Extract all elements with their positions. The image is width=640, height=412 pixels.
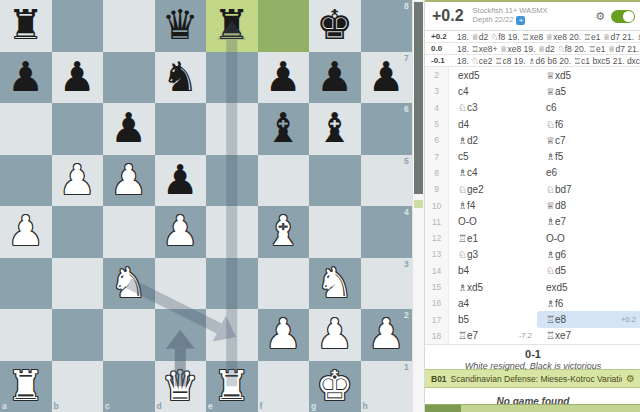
square-d7[interactable]: ♞ [155,52,207,104]
move-san: ♗g6 [546,249,566,260]
square-g2[interactable]: ♟ [309,309,361,361]
move-row-9: 9♘ge2♘bd7 [425,181,640,197]
move-6-white[interactable]: ♗d2 [449,132,537,148]
pv-lines: +0.218. ♕d2 ♘f8 19. ♖xe8 ♕xe8 20. ♖e1 ♕d… [425,31,640,67]
move-number: 2 [425,67,449,83]
move-number: 8 [425,165,449,181]
analysis-panel: +0.2 Stockfish 11+ WASMX Depth 22/22 + ⚙… [424,0,640,412]
move-4-black[interactable]: c6 [537,100,640,116]
engine-depth: Depth 22/22 [473,16,514,25]
pv-eval: -0.1 [425,56,457,65]
rank-label-1: 1 [404,362,409,372]
square-a2[interactable] [0,309,52,361]
square-g1[interactable]: ♚ [309,361,361,412]
black-bishop-f6[interactable]: ♝ [258,103,310,155]
square-f1[interactable] [258,361,310,412]
move-number: 13 [425,246,449,262]
move-14-white[interactable]: b4 [449,263,537,279]
move-5-white[interactable]: d4 [449,116,537,132]
move-row-18: 18♖e7-7.2♖xe7 [425,328,640,344]
move-18-black[interactable]: ♖xe7 [537,328,640,344]
move-eval: +0.2 [621,315,636,324]
move-san: ♖e8 [546,314,566,325]
move-11-black[interactable]: ♗e7 [537,214,640,230]
square-c3[interactable]: ♞ [103,258,155,310]
square-d6[interactable] [155,103,207,155]
square-b3[interactable] [52,258,104,310]
opening-settings-gear-icon[interactable]: ⚙ [626,373,635,384]
move-san: ♗d2 [458,135,478,146]
square-b5[interactable]: ♟ [52,155,104,207]
pv-line-2[interactable]: 0.018. ♖xe8+ ♕xe8 19. ♕d2 ♘f8 20. ♖e1 ♕d… [425,43,640,55]
move-san: ♘g3 [458,249,478,260]
white-bishop-f4[interactable]: ♝ [258,206,310,258]
move-10-white[interactable]: ♗f4 [449,197,537,213]
move-san: ♕a5 [546,86,566,97]
move-7-white[interactable]: c5 [449,148,537,164]
scrollbar-thumb[interactable] [414,2,423,194]
move-san: ♖xe7 [546,330,571,341]
rank-label-2: 2 [404,310,409,320]
move-row-3: 3c4♕a5 [425,83,640,99]
square-a5[interactable] [0,155,52,207]
pv-moves: 18. ♘ce2 ♖c8 19. ♗d6 b6 20. ♖c1 bxc5 21.… [457,56,640,66]
move-10-black[interactable]: ♕d8 [537,197,640,213]
white-pawn-c5[interactable]: ♟ [103,155,155,207]
square-a8[interactable]: ♜ [0,0,52,52]
move-san: ♗f6 [546,298,563,309]
move-7-black[interactable]: ♗f5 [537,148,640,164]
move-18-white[interactable]: ♖e7-7.2 [449,328,537,344]
move-san: ♗c4 [458,167,478,178]
move-number: 9 [425,181,449,197]
move-number: 10 [425,197,449,213]
move-row-17: 17b5♖e8+0.2 [425,311,640,327]
square-g5[interactable] [309,155,361,207]
move-2-white[interactable]: exd5 [449,67,537,83]
square-e6[interactable] [206,103,258,155]
move-san: O-O [458,216,477,227]
engine-eval: +0.2 [432,7,464,25]
move-number: 15 [425,279,449,295]
move-3-black[interactable]: ♕a5 [537,83,640,99]
black-knight-d7[interactable]: ♞ [155,52,207,104]
square-b2[interactable] [52,309,104,361]
move-san: c6 [546,102,557,113]
engine-toggle-knob [623,11,634,22]
rank-label-3: 3 [404,259,409,269]
pv-moves: 18. ♖xe8+ ♕xe8 19. ♕d2 ♘f8 20. ♖e1 ♕d7 2… [457,44,640,54]
move-san: ♖e7 [458,330,478,341]
square-c4[interactable] [103,206,155,258]
move-3-white[interactable]: c4 [449,83,537,99]
bottom-progress-bar [425,404,640,412]
black-rook-e8[interactable]: ♜ [206,0,258,52]
white-pawn-d4[interactable]: ♟ [155,206,207,258]
move-san: ♕c7 [546,135,566,146]
move-13-white[interactable]: ♘g3 [449,246,537,262]
pv-eval: 0.0 [425,44,457,53]
move-list[interactable]: 2exd5♕xd53c4♕a54♘c3c65d4♘f66♗d2♕c77c5♗f5… [425,67,640,344]
black-pawn-b7[interactable]: ♟ [52,52,104,104]
move-number: 5 [425,116,449,132]
move-row-5: 5d4♘f6 [425,116,640,132]
move-san: exd5 [458,70,480,81]
black-pawn-d5[interactable]: ♟ [155,155,207,207]
square-g4[interactable] [309,206,361,258]
move-16-white[interactable]: a4 [449,295,537,311]
rank-label-6: 6 [404,104,409,114]
square-a6[interactable] [0,103,52,155]
white-rook-e1[interactable]: ♜ [206,361,258,412]
move-san: ♕d8 [546,200,566,211]
rank-label-4: 4 [404,207,409,217]
square-b8[interactable] [52,0,104,52]
square-f4[interactable]: ♝ [258,206,310,258]
move-san: a4 [458,298,469,309]
opening-eco: B01 [431,374,447,384]
square-e1[interactable]: ♜ [206,361,258,412]
square-f6[interactable]: ♝ [258,103,310,155]
move-san: ♗xd5 [458,282,483,293]
bottom-progress-segment [425,405,461,412]
black-pawn-c6[interactable]: ♟ [103,103,155,155]
square-g3[interactable]: ♞ [309,258,361,310]
square-g7[interactable]: ♟ [309,52,361,104]
square-e8[interactable]: ♜ [206,0,258,52]
opening-bar: B01 Scandinavian Defense: Mieses-Kotroc … [425,369,640,388]
move-row-16: 16a4♗f6 [425,295,640,311]
square-d5[interactable]: ♟ [155,155,207,207]
opening-name: Scandinavian Defense: Mieses-Kotroc Vari… [451,374,622,384]
move-san: b4 [458,265,469,276]
white-knight-c3[interactable]: ♞ [103,258,155,310]
square-e3[interactable] [206,258,258,310]
move-san: e6 [546,167,557,178]
move-number: 3 [425,83,449,99]
black-pawn-g7[interactable]: ♟ [309,52,361,104]
move-number: 6 [425,132,449,148]
move-row-14: 14b4♘d5 [425,263,640,279]
move-row-11: 11O-O♗e7 [425,214,640,230]
square-a3[interactable] [0,258,52,310]
square-f5[interactable] [258,155,310,207]
file-label-f: f [260,401,263,411]
move-row-15: 15♗xd5exd5 [425,279,640,295]
move-number: 16 [425,295,449,311]
move-san: d4 [458,119,469,130]
square-b6[interactable] [52,103,104,155]
square-f7[interactable]: ♟ [258,52,310,104]
rank-label-5: 5 [404,156,409,166]
white-rook-a1[interactable]: ♜ [0,361,52,412]
square-f2[interactable]: ♟ [258,309,310,361]
result-block: 0-1 White resigned, Black is victorious [425,344,640,369]
pv-line-1[interactable]: +0.218. ♕d2 ♘f8 19. ♖xe8 ♕xe8 20. ♖e1 ♕d… [425,31,640,43]
file-label-h: h [363,401,368,411]
square-d3[interactable] [155,258,207,310]
square-a7[interactable]: ♟ [0,52,52,104]
move-number: 11 [425,214,449,230]
square-d1[interactable]: ♛ [155,361,207,412]
engine-settings-gear-icon[interactable]: ⚙ [595,10,605,23]
square-b4[interactable] [52,206,104,258]
move-number: 4 [425,100,449,116]
square-b1[interactable] [52,361,104,412]
move-san: ♗f5 [546,151,563,162]
engine-header: +0.2 Stockfish 11+ WASMX Depth 22/22 + ⚙ [425,2,640,31]
result-score: 0-1 [425,348,640,360]
black-rook-a8[interactable]: ♜ [0,0,52,52]
move-row-13: 13♘g3♗g6 [425,246,640,262]
go-deeper-button[interactable]: + [516,16,525,25]
move-11-white[interactable]: O-O [449,214,537,230]
move-number: 17 [425,311,449,327]
move-9-white[interactable]: ♘ge2 [449,181,537,197]
white-king-g1[interactable]: ♚ [309,361,361,412]
move-san: ♘c3 [458,102,478,113]
move-17-white[interactable]: b5 [449,311,537,327]
square-c1[interactable] [103,361,155,412]
square-c6[interactable]: ♟ [103,103,155,155]
move-san: c5 [458,151,469,162]
square-e4[interactable] [206,206,258,258]
move-number: 12 [425,230,449,246]
move-row-4: 4♘c3c6 [425,100,640,116]
square-e5[interactable] [206,155,258,207]
square-f3[interactable] [258,258,310,310]
file-label-b: b [54,401,59,411]
move-13-black[interactable]: ♗g6 [537,246,640,262]
move-16-black[interactable]: ♗f6 [537,295,640,311]
rank-label-8: 8 [404,1,409,11]
move-number: 18 [425,328,449,344]
square-c7[interactable] [103,52,155,104]
move-san: ♗e7 [546,216,566,227]
file-label-g: g [311,401,316,411]
pv-moves: 18. ♕d2 ♘f8 19. ♖xe8 ♕xe8 20. ♖e1 ♕d7 21… [457,32,640,42]
move-san: ♗f4 [458,200,475,211]
pv-line-3[interactable]: -0.118. ♘ce2 ♖c8 19. ♗d6 b6 20. ♖c1 bxc5… [425,55,640,67]
move-17-black[interactable]: ♖e8+0.2 [537,311,640,327]
square-f8[interactable] [258,0,310,52]
square-e7[interactable] [206,52,258,104]
move-eval: -7.2 [519,331,532,340]
move-2-black[interactable]: ♕xd5 [537,67,640,83]
move-12-white[interactable]: ♖e1 [449,230,537,246]
black-queen-d8[interactable]: ♛ [155,0,207,52]
move-row-2: 2exd5♕xd5 [425,67,640,83]
white-pawn-a4[interactable]: ♟ [0,206,52,258]
square-d2[interactable] [155,309,207,361]
square-c5[interactable]: ♟ [103,155,155,207]
rank-label-7: 7 [404,53,409,63]
move-5-black[interactable]: ♘f6 [537,116,640,132]
analysis-page: ♜♛♜♚♟♟♞♟♟♟♟♝♝♟♟♟♟♟♝♞♞♟♟♟♜♛♜♚12345678abcd… [0,0,640,412]
move-san: b5 [458,314,469,325]
move-san: ♘d5 [546,265,566,276]
move-san: ♘bd7 [546,184,572,195]
move-san: ♘f6 [546,119,563,130]
square-a4[interactable]: ♟ [0,206,52,258]
move-san: ♘ge2 [458,184,484,195]
square-b7[interactable]: ♟ [52,52,104,104]
scrollbar[interactable] [412,0,424,412]
move-row-6: 6♗d2♕c7 [425,132,640,148]
square-a1[interactable]: ♜ [0,361,52,412]
move-san: ♕xd5 [546,70,571,81]
move-san: c4 [458,86,469,97]
file-label-c: c [105,401,110,411]
move-san: O-O [546,233,565,244]
pv-eval: +0.2 [425,32,457,41]
move-14-black[interactable]: ♘d5 [537,263,640,279]
file-label-e: e [208,401,213,411]
white-knight-g3[interactable]: ♞ [309,258,361,310]
move-number: 14 [425,263,449,279]
white-pawn-b5[interactable]: ♟ [52,155,104,207]
file-label-d: d [157,401,162,411]
black-pawn-f7[interactable]: ♟ [258,52,310,104]
black-bishop-g6[interactable]: ♝ [309,103,361,155]
move-san: ♖e1 [458,233,478,244]
move-6-black[interactable]: ♕c7 [537,132,640,148]
square-e2[interactable] [206,309,258,361]
file-label-a: a [2,401,7,411]
chess-board[interactable]: ♜♛♜♚♟♟♞♟♟♟♟♝♝♟♟♟♟♟♝♞♞♟♟♟♜♛♜♚12345678abcd… [0,0,412,412]
move-san: exd5 [546,282,568,293]
move-row-7: 7c5♗f5 [425,148,640,164]
scrollbar-marker [414,200,423,208]
square-d4[interactable]: ♟ [155,206,207,258]
white-pawn-f2[interactable]: ♟ [258,309,310,361]
move-row-8: 8♗c4e6 [425,165,640,181]
white-pawn-g2[interactable]: ♟ [309,309,361,361]
move-15-white[interactable]: ♗xd5 [449,279,537,295]
move-row-10: 10♗f4♕d8 [425,197,640,213]
move-12-black[interactable]: O-O [537,230,640,246]
move-row-12: 12♖e1O-O [425,230,640,246]
square-c8[interactable] [103,0,155,52]
move-8-black[interactable]: e6 [537,165,640,181]
move-8-white[interactable]: ♗c4 [449,165,537,181]
white-queen-d1[interactable]: ♛ [155,361,207,412]
square-g8[interactable]: ♚ [309,0,361,52]
square-g6[interactable]: ♝ [309,103,361,155]
engine-toggle[interactable] [611,10,635,23]
black-pawn-a7[interactable]: ♟ [0,52,52,104]
move-15-black[interactable]: exd5 [537,279,640,295]
move-number: 7 [425,148,449,164]
black-king-g8[interactable]: ♚ [309,0,361,52]
square-c2[interactable] [103,309,155,361]
move-9-black[interactable]: ♘bd7 [537,181,640,197]
square-d8[interactable]: ♛ [155,0,207,52]
move-4-white[interactable]: ♘c3 [449,100,537,116]
